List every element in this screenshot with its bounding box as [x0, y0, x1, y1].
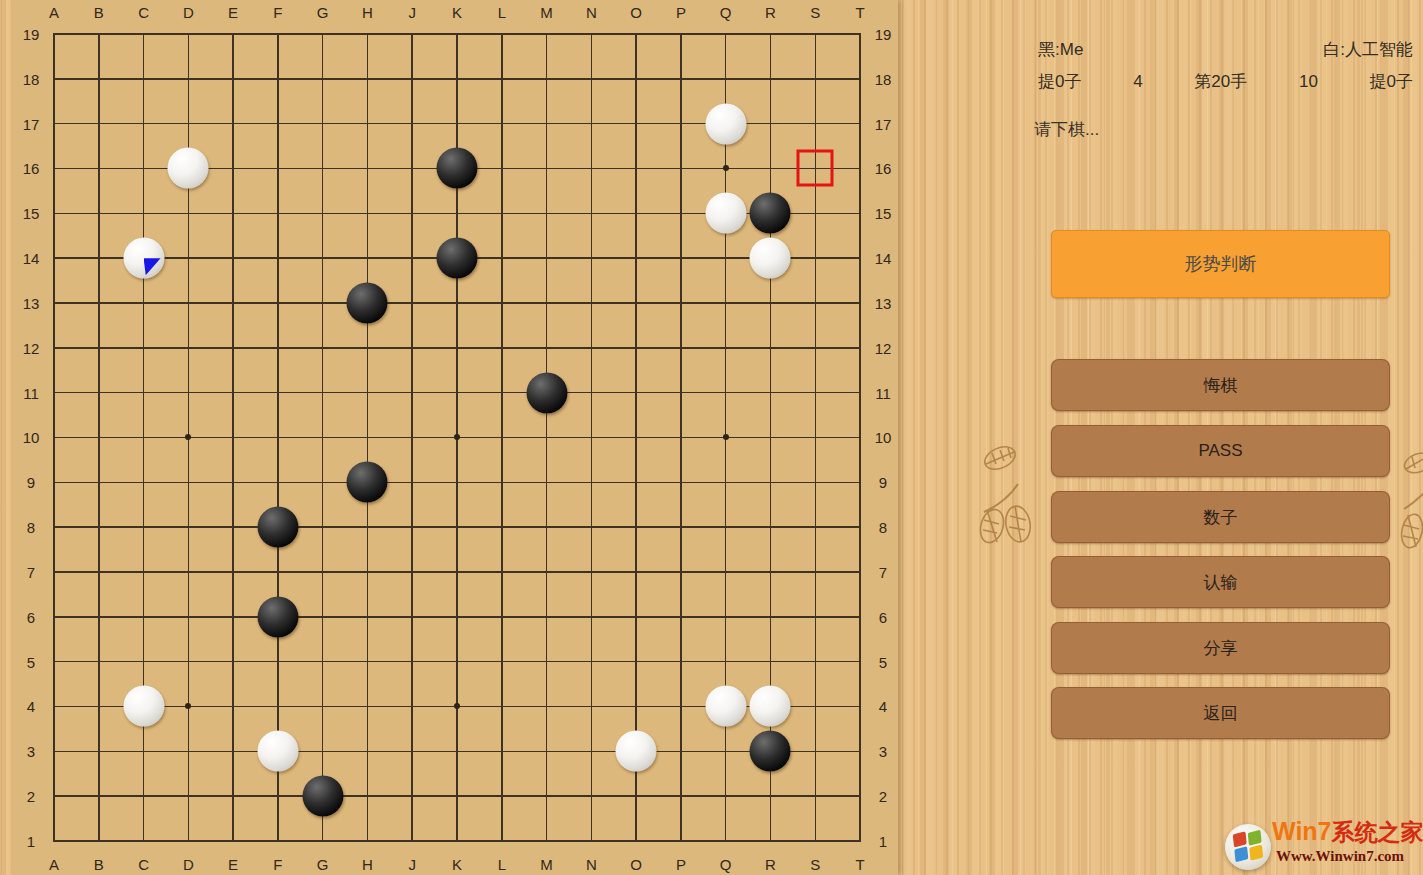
- watermark-cn-text: 系统之家: [1332, 819, 1423, 845]
- col-label: L: [498, 5, 506, 20]
- col-label: B: [94, 857, 104, 872]
- col-label: O: [630, 5, 642, 20]
- star-point: [185, 703, 191, 709]
- col-label: E: [228, 5, 238, 20]
- col-label: C: [138, 857, 149, 872]
- winwin7-watermark: Win7系统之家 Www.Winwin7.com: [1200, 812, 1423, 875]
- grid-line: [680, 33, 682, 841]
- row-label: 3: [879, 744, 887, 759]
- resign-button[interactable]: 认输: [1051, 556, 1390, 608]
- row-label: 7: [879, 564, 887, 579]
- watermark-url: Www.Winwin7.com: [1276, 848, 1404, 865]
- row-label: 16: [23, 161, 40, 176]
- col-label: T: [855, 5, 864, 20]
- white-stone: [168, 148, 209, 189]
- row-label: 8: [879, 520, 887, 535]
- col-label: P: [676, 5, 686, 20]
- row-label: 9: [879, 475, 887, 490]
- row-label: 19: [23, 27, 40, 42]
- go-app-window: AABBCCDDEEFFGGHHJJKKLLMMNNOOPPQQRRSSTT19…: [0, 0, 1423, 875]
- windows-flag-icon: [1225, 824, 1271, 870]
- star-point: [723, 434, 729, 440]
- row-label: 19: [875, 27, 892, 42]
- col-label: K: [452, 857, 462, 872]
- grid-line: [591, 33, 593, 841]
- col-label: G: [317, 857, 329, 872]
- col-label: L: [498, 857, 506, 872]
- grid-line: [53, 661, 861, 663]
- row-label: 1: [27, 833, 35, 848]
- black-stone: [526, 372, 567, 413]
- black-stone: [257, 507, 298, 548]
- white-stone: [750, 238, 791, 279]
- row-label: 18: [875, 71, 892, 86]
- col-label: N: [586, 857, 597, 872]
- status-message: 请下棋...: [1034, 118, 1099, 141]
- row-label: 4: [879, 699, 887, 714]
- grid-line: [501, 33, 503, 841]
- col-label: J: [408, 5, 416, 20]
- row-label: 9: [27, 475, 35, 490]
- move-preview-marker: [797, 150, 834, 187]
- watermark-title: Win7系统之家: [1272, 818, 1423, 845]
- row-label: 12: [875, 340, 892, 355]
- grid-line: [53, 795, 861, 797]
- move-number-label: 第20手: [1194, 72, 1247, 91]
- col-label: C: [138, 5, 149, 20]
- black-value: 4: [1133, 72, 1142, 91]
- back-button[interactable]: 返回: [1051, 687, 1390, 739]
- col-label: S: [810, 857, 820, 872]
- leaf-decoration-icon: [972, 440, 1042, 555]
- row-label: 6: [879, 609, 887, 624]
- row-label: 17: [23, 116, 40, 131]
- leaf-decoration-icon: [1396, 443, 1423, 568]
- watermark-win7-text: Win7: [1272, 817, 1332, 845]
- row-label: 6: [27, 609, 35, 624]
- grid-line: [53, 751, 861, 753]
- star-point: [454, 703, 460, 709]
- row-label: 14: [875, 251, 892, 266]
- row-label: 18: [23, 71, 40, 86]
- col-label: M: [540, 5, 553, 20]
- col-label: M: [540, 857, 553, 872]
- col-label: A: [49, 5, 59, 20]
- black-stone: [347, 462, 388, 503]
- count-button[interactable]: 数子: [1051, 491, 1390, 543]
- star-point: [723, 165, 729, 171]
- col-label: P: [676, 857, 686, 872]
- row-label: 15: [875, 206, 892, 221]
- star-point: [454, 434, 460, 440]
- players-row: 黑:Me 白:人工智能: [1038, 40, 1413, 59]
- row-label: 5: [879, 654, 887, 669]
- col-label: D: [183, 857, 194, 872]
- row-label: 10: [23, 430, 40, 445]
- grid-line: [53, 571, 861, 573]
- row-label: 3: [27, 744, 35, 759]
- black-stone: [347, 282, 388, 323]
- col-label: F: [273, 857, 282, 872]
- black-stone: [750, 193, 791, 234]
- row-label: 11: [23, 385, 39, 400]
- row-label: 2: [879, 789, 887, 804]
- col-label: H: [362, 5, 373, 20]
- white-player-label: 白:人工智能: [1323, 40, 1413, 59]
- row-label: 11: [875, 385, 891, 400]
- grid-line: [53, 840, 861, 842]
- undo-button[interactable]: 悔棋: [1051, 359, 1390, 411]
- row-label: 13: [875, 295, 892, 310]
- white-stone: [616, 731, 657, 772]
- grid-line: [53, 482, 861, 484]
- row-label: 12: [23, 340, 40, 355]
- col-label: O: [630, 857, 642, 872]
- black-stone: [257, 596, 298, 637]
- counters-row: 提0子 4 第20手 10 提0子: [1038, 72, 1413, 91]
- row-label: 5: [27, 654, 35, 669]
- row-label: 17: [875, 116, 892, 131]
- row-label: 16: [875, 161, 892, 176]
- col-label: Q: [720, 857, 732, 872]
- star-point: [185, 434, 191, 440]
- col-label: J: [408, 857, 416, 872]
- black-stone: [437, 238, 478, 279]
- row-label: 1: [879, 833, 887, 848]
- row-label: 4: [27, 699, 35, 714]
- col-label: B: [94, 5, 104, 20]
- col-label: F: [273, 5, 282, 20]
- white-stone: [750, 686, 791, 727]
- white-stone: [705, 103, 746, 144]
- white-stone: [257, 731, 298, 772]
- col-label: R: [765, 857, 776, 872]
- go-board[interactable]: AABBCCDDEEFFGGHHJJKKLLMMNNOOPPQQRRSSTT19…: [12, 0, 898, 875]
- row-label: 7: [27, 564, 35, 579]
- col-label: K: [452, 5, 462, 20]
- white-stone: [705, 686, 746, 727]
- white-stone: [705, 193, 746, 234]
- black-stone: [302, 776, 343, 817]
- white-stone: [123, 686, 164, 727]
- row-label: 10: [875, 430, 892, 445]
- black-stone: [750, 731, 791, 772]
- row-label: 2: [27, 789, 35, 804]
- col-label: T: [855, 857, 864, 872]
- col-label: A: [49, 857, 59, 872]
- col-label: D: [183, 5, 194, 20]
- grid-line: [546, 33, 548, 841]
- share-button[interactable]: 分享: [1051, 622, 1390, 674]
- col-label: H: [362, 857, 373, 872]
- col-label: N: [586, 5, 597, 20]
- row-label: 13: [23, 295, 40, 310]
- white-captures-label: 提0子: [1370, 72, 1413, 91]
- black-stone: [437, 148, 478, 189]
- judge-position-button[interactable]: 形势判断: [1051, 230, 1390, 298]
- white-value: 10: [1299, 72, 1318, 91]
- col-label: S: [810, 5, 820, 20]
- col-label: R: [765, 5, 776, 20]
- black-player-label: 黑:Me: [1038, 40, 1083, 59]
- grid-line: [53, 616, 861, 618]
- pass-button[interactable]: PASS: [1051, 425, 1390, 477]
- row-label: 14: [23, 251, 40, 266]
- black-captures-label: 提0子: [1038, 72, 1081, 91]
- col-label: G: [317, 5, 329, 20]
- grid-line: [859, 33, 861, 841]
- row-label: 8: [27, 520, 35, 535]
- grid-line: [53, 526, 861, 528]
- col-label: Q: [720, 5, 732, 20]
- grid-line: [635, 33, 637, 841]
- row-label: 15: [23, 206, 40, 221]
- col-label: E: [228, 857, 238, 872]
